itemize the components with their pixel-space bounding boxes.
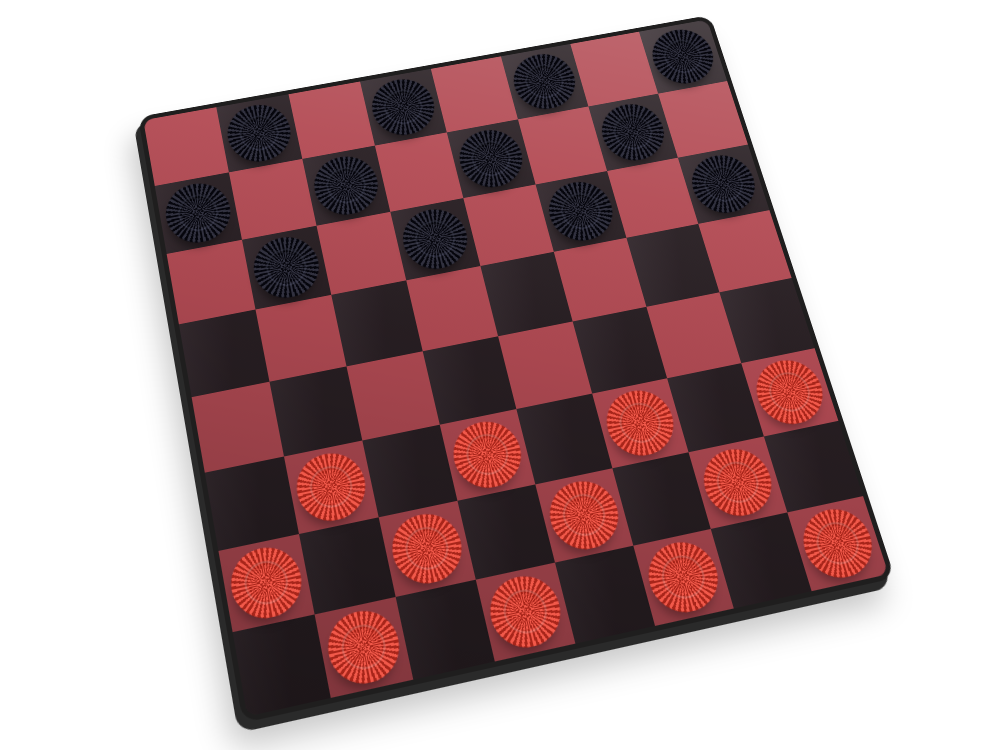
black-checker[interactable]: [371, 78, 436, 136]
red-checker[interactable]: [391, 513, 464, 585]
black-checker[interactable]: [227, 104, 292, 163]
red-checker[interactable]: [327, 609, 401, 685]
red-checker[interactable]: [547, 480, 620, 551]
red-checker[interactable]: [230, 546, 302, 620]
red-checker[interactable]: [800, 508, 876, 579]
black-checker[interactable]: [401, 208, 469, 270]
black-checker[interactable]: [650, 29, 716, 85]
red-checker[interactable]: [604, 389, 676, 456]
black-checker[interactable]: [599, 103, 666, 161]
red-checker[interactable]: [701, 448, 775, 517]
red-checker[interactable]: [296, 452, 367, 522]
black-checker[interactable]: [689, 154, 758, 214]
black-checker[interactable]: [313, 155, 379, 215]
black-checker[interactable]: [253, 236, 320, 299]
red-checker[interactable]: [488, 575, 563, 649]
red-checker[interactable]: [452, 420, 524, 489]
board-grid: [143, 20, 888, 717]
red-checker[interactable]: [753, 359, 826, 425]
checkers-board: [138, 15, 895, 723]
square-a1[interactable]: [233, 614, 331, 716]
black-checker[interactable]: [512, 53, 578, 110]
black-checker[interactable]: [547, 181, 615, 242]
photo-scene: [0, 0, 1000, 750]
red-checker[interactable]: [646, 541, 721, 614]
black-checker[interactable]: [458, 129, 525, 188]
black-checker[interactable]: [166, 182, 231, 243]
